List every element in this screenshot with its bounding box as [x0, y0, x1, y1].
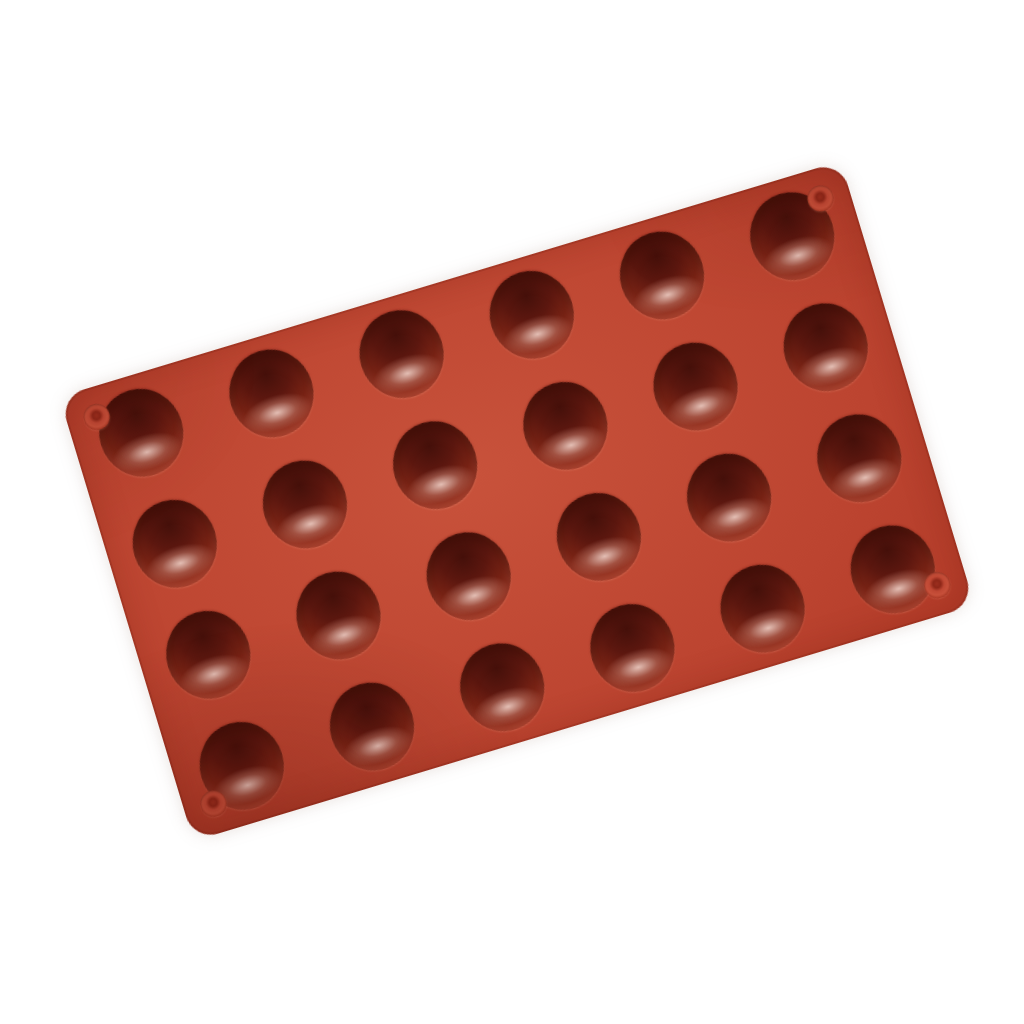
mold-cavity	[349, 300, 455, 409]
silicone-mold	[59, 161, 974, 841]
mold-cavity	[840, 515, 946, 624]
mold-cavity	[579, 594, 685, 703]
mold-cavity	[218, 339, 324, 448]
mold-cavity	[479, 261, 585, 370]
mold-cavity	[286, 561, 392, 670]
mold-cavity	[546, 483, 652, 592]
cavity-grid	[59, 161, 974, 841]
mold-cavity	[155, 601, 261, 710]
mold-cavity	[806, 404, 912, 513]
mold-cavity	[88, 378, 194, 487]
mold-cavity	[512, 372, 618, 481]
mold-cavity	[609, 221, 715, 330]
mold-cavity	[122, 489, 228, 598]
mold-cavity	[676, 443, 782, 552]
mold-cavity	[773, 293, 879, 402]
mold-cavity	[449, 633, 555, 742]
product-photo	[0, 0, 1024, 1024]
mold-cavity	[710, 554, 816, 663]
mold-cavity	[252, 450, 358, 559]
mold-cavity	[416, 522, 522, 631]
mold-cavity	[382, 411, 488, 520]
mold-cavity	[319, 672, 425, 781]
mold-cavity	[643, 332, 749, 441]
